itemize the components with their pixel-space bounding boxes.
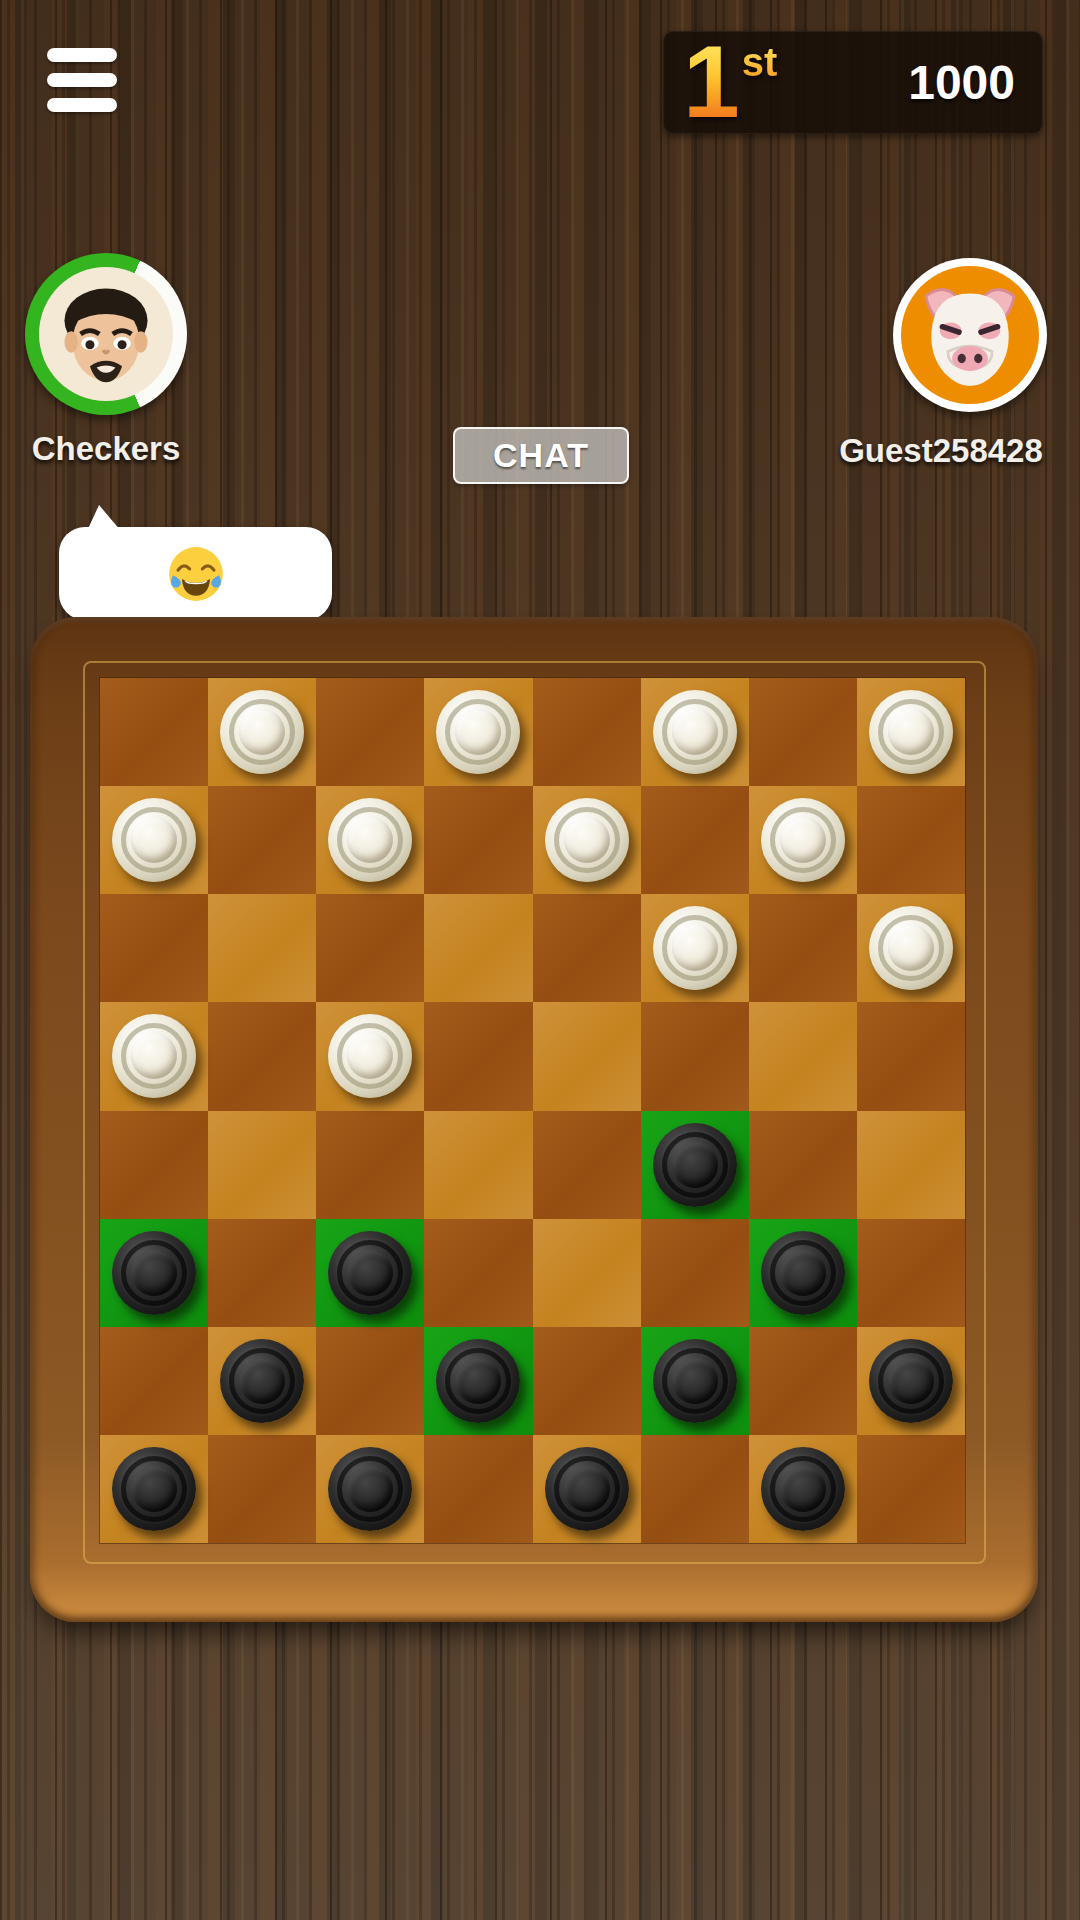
white-piece[interactable] <box>328 798 412 882</box>
rank-number: 1 <box>683 36 740 130</box>
board-cell[interactable] <box>533 786 641 894</box>
board-cell[interactable] <box>424 894 532 1002</box>
chat-button[interactable]: CHAT <box>453 427 629 484</box>
board-cell[interactable] <box>316 786 424 894</box>
board-cell[interactable] <box>316 894 424 1002</box>
black-piece[interactable] <box>653 1339 737 1423</box>
board-cell[interactable] <box>641 1435 749 1543</box>
board-cell[interactable] <box>100 894 208 1002</box>
board-cell[interactable] <box>641 894 749 1002</box>
menu-button[interactable] <box>47 48 117 114</box>
board-cell[interactable] <box>533 1111 641 1219</box>
board-cell[interactable] <box>424 1111 532 1219</box>
board-cell[interactable] <box>533 678 641 786</box>
board-cell[interactable] <box>533 1327 641 1435</box>
board-cell[interactable] <box>749 1111 857 1219</box>
score-panel: 1 st 1000 <box>663 31 1043 134</box>
board-cell[interactable] <box>749 894 857 1002</box>
board-cell[interactable] <box>424 1002 532 1110</box>
board-cell[interactable] <box>857 786 965 894</box>
board-cell[interactable] <box>208 1435 316 1543</box>
white-piece[interactable] <box>761 798 845 882</box>
board-cell[interactable] <box>857 678 965 786</box>
black-piece[interactable] <box>328 1231 412 1315</box>
rank-badge: 1 st <box>683 36 777 130</box>
board-cell[interactable] <box>749 1002 857 1110</box>
board-cell[interactable] <box>857 1111 965 1219</box>
board-cell[interactable] <box>424 786 532 894</box>
white-piece[interactable] <box>869 690 953 774</box>
board-cell[interactable] <box>424 1435 532 1543</box>
board-cell[interactable] <box>100 678 208 786</box>
white-piece[interactable] <box>220 690 304 774</box>
man-face-avatar <box>39 267 173 401</box>
board-cell[interactable] <box>641 1327 749 1435</box>
white-piece[interactable] <box>328 1014 412 1098</box>
score-value: 1000 <box>908 55 1015 110</box>
board-cell[interactable] <box>857 1002 965 1110</box>
board-cell[interactable] <box>208 1327 316 1435</box>
board-cell[interactable] <box>641 1219 749 1327</box>
hamburger-icon <box>47 98 117 112</box>
player-avatar-right[interactable] <box>893 258 1047 412</box>
board-cell[interactable] <box>749 786 857 894</box>
board-cell[interactable] <box>857 894 965 1002</box>
board-cell[interactable] <box>100 1002 208 1110</box>
board-cell[interactable] <box>533 1435 641 1543</box>
black-piece[interactable] <box>761 1231 845 1315</box>
board-cell[interactable] <box>641 786 749 894</box>
board-cell[interactable] <box>749 678 857 786</box>
black-piece[interactable] <box>653 1123 737 1207</box>
white-piece[interactable] <box>653 690 737 774</box>
black-piece[interactable] <box>869 1339 953 1423</box>
black-piece[interactable] <box>112 1231 196 1315</box>
board-cell[interactable] <box>749 1219 857 1327</box>
black-piece[interactable] <box>761 1447 845 1531</box>
board-cell[interactable] <box>533 1002 641 1110</box>
board-cell[interactable] <box>316 1002 424 1110</box>
board-cell[interactable] <box>100 1327 208 1435</box>
black-piece[interactable] <box>545 1447 629 1531</box>
board-cell[interactable] <box>857 1219 965 1327</box>
checkers-board[interactable] <box>100 678 965 1543</box>
board-cell[interactable] <box>533 1219 641 1327</box>
board-cell[interactable] <box>208 678 316 786</box>
board-cell[interactable] <box>316 678 424 786</box>
board-cell[interactable] <box>208 894 316 1002</box>
tears-of-joy-emoji <box>164 542 228 606</box>
rank-suffix: st <box>742 40 778 85</box>
board-cell[interactable] <box>208 1002 316 1110</box>
black-piece[interactable] <box>328 1447 412 1531</box>
board-cell[interactable] <box>857 1435 965 1543</box>
board-cell[interactable] <box>424 678 532 786</box>
white-piece[interactable] <box>112 798 196 882</box>
hamburger-icon <box>47 48 117 62</box>
player-name-left: Checkers <box>0 430 212 468</box>
white-piece[interactable] <box>436 690 520 774</box>
board-cell[interactable] <box>316 1111 424 1219</box>
chat-bubble <box>59 527 332 620</box>
board-cell[interactable] <box>100 1435 208 1543</box>
board-cell[interactable] <box>208 1219 316 1327</box>
board-cell[interactable] <box>100 1219 208 1327</box>
player-name-right: Guest258428 <box>828 432 1054 470</box>
black-piece[interactable] <box>112 1447 196 1531</box>
board-cell[interactable] <box>100 1111 208 1219</box>
board-cell[interactable] <box>641 1002 749 1110</box>
board-cell[interactable] <box>641 1111 749 1219</box>
board-cell[interactable] <box>749 1327 857 1435</box>
black-piece[interactable] <box>436 1339 520 1423</box>
board-cell[interactable] <box>424 1327 532 1435</box>
player-avatar-left[interactable] <box>25 253 187 415</box>
black-piece[interactable] <box>220 1339 304 1423</box>
hamburger-icon <box>47 73 117 87</box>
board-frame <box>30 617 1038 1622</box>
board-cell[interactable] <box>316 1219 424 1327</box>
white-piece[interactable] <box>653 906 737 990</box>
white-piece[interactable] <box>545 798 629 882</box>
board-cell[interactable] <box>208 1111 316 1219</box>
board-cell[interactable] <box>100 786 208 894</box>
board-cell[interactable] <box>208 786 316 894</box>
board-cell[interactable] <box>424 1219 532 1327</box>
board-cell[interactable] <box>749 1435 857 1543</box>
board-cell[interactable] <box>316 1327 424 1435</box>
board-cell[interactable] <box>316 1435 424 1543</box>
board-cell[interactable] <box>857 1327 965 1435</box>
white-piece[interactable] <box>112 1014 196 1098</box>
board-cell[interactable] <box>641 678 749 786</box>
pig-face-avatar <box>901 266 1039 404</box>
white-piece[interactable] <box>869 906 953 990</box>
board-cell[interactable] <box>533 894 641 1002</box>
